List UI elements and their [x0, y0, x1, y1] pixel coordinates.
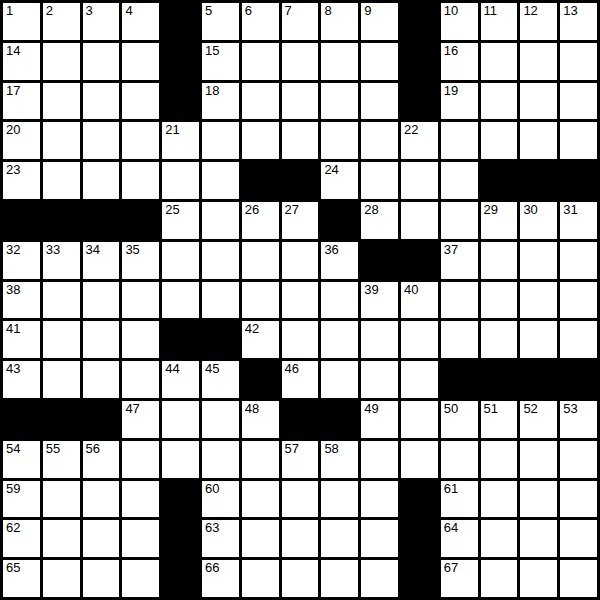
cell-r2c10[interactable] [361, 43, 398, 80]
cell-r9c4[interactable] [122, 321, 159, 358]
clue-number-57: 57 [285, 442, 299, 456]
cell-r15c6[interactable]: 66 [202, 560, 239, 597]
cell-r13c9[interactable] [321, 481, 358, 518]
clue-number-3: 3 [86, 4, 93, 18]
block-cell-r10c12 [441, 361, 478, 398]
cell-r4c1[interactable]: 20 [3, 122, 40, 159]
cell-r9c8[interactable] [282, 321, 319, 358]
clue-number-45: 45 [205, 362, 219, 376]
cell-r14c9[interactable] [321, 520, 358, 557]
cell-r8c9[interactable] [321, 282, 358, 319]
cell-r4c4[interactable] [122, 122, 159, 159]
clue-number-18: 18 [205, 84, 219, 98]
cell-r12c11[interactable] [401, 441, 438, 478]
cell-r4c5[interactable]: 21 [162, 122, 199, 159]
cell-r15c3[interactable] [83, 560, 120, 597]
clue-number-67: 67 [444, 561, 458, 575]
cell-r10c6[interactable]: 45 [202, 361, 239, 398]
cell-r3c14[interactable] [520, 83, 557, 120]
clue-number-8: 8 [324, 4, 331, 18]
cell-r13c13[interactable] [481, 481, 518, 518]
cell-r5c6[interactable] [202, 162, 239, 199]
cell-r15c2[interactable] [43, 560, 80, 597]
cell-r12c14[interactable] [520, 441, 557, 478]
block-cell-r6c9 [321, 202, 358, 239]
cell-r1c8[interactable]: 7 [282, 3, 319, 40]
block-cell-r1c11 [401, 3, 438, 40]
cell-r3c4[interactable] [122, 83, 159, 120]
cell-r5c1[interactable]: 23 [3, 162, 40, 199]
clue-number-24: 24 [324, 163, 338, 177]
cell-r13c3[interactable] [83, 481, 120, 518]
cell-r15c12[interactable]: 67 [441, 560, 478, 597]
cell-r2c14[interactable] [520, 43, 557, 80]
block-cell-r6c1 [3, 202, 40, 239]
clue-number-1: 1 [6, 4, 13, 18]
block-cell-r14c5 [162, 520, 199, 557]
clue-number-64: 64 [444, 521, 458, 535]
cell-r3c15[interactable] [560, 83, 597, 120]
cell-r2c1[interactable]: 14 [3, 43, 40, 80]
cell-r3c10[interactable] [361, 83, 398, 120]
cell-r11c12[interactable]: 50 [441, 401, 478, 438]
cell-r7c9[interactable]: 36 [321, 242, 358, 279]
clue-number-15: 15 [205, 44, 219, 58]
cell-r5c11[interactable] [401, 162, 438, 199]
clue-number-31: 31 [563, 203, 577, 217]
cell-r2c6[interactable]: 15 [202, 43, 239, 80]
cell-r7c8[interactable] [282, 242, 319, 279]
cell-r3c2[interactable] [43, 83, 80, 120]
cell-r7c13[interactable] [481, 242, 518, 279]
clue-number-29: 29 [484, 203, 498, 217]
cell-r7c1[interactable]: 32 [3, 242, 40, 279]
cell-r14c1[interactable]: 62 [3, 520, 40, 557]
cell-r8c13[interactable] [481, 282, 518, 319]
clue-number-27: 27 [285, 203, 299, 217]
cell-r6c14[interactable]: 30 [520, 202, 557, 239]
block-cell-r11c9 [321, 401, 358, 438]
cell-r1c14[interactable]: 12 [520, 3, 557, 40]
cell-r5c3[interactable] [83, 162, 120, 199]
cell-r1c10[interactable]: 9 [361, 3, 398, 40]
cell-r14c3[interactable] [83, 520, 120, 557]
cell-r3c13[interactable] [481, 83, 518, 120]
cell-r15c7[interactable] [242, 560, 279, 597]
cell-r6c11[interactable] [401, 202, 438, 239]
clue-number-10: 10 [444, 4, 458, 18]
clue-number-4: 4 [125, 4, 132, 18]
block-cell-r11c2 [43, 401, 80, 438]
block-cell-r11c3 [83, 401, 120, 438]
cell-r12c9[interactable]: 58 [321, 441, 358, 478]
clue-number-12: 12 [523, 4, 537, 18]
clue-number-58: 58 [324, 442, 338, 456]
cell-r2c7[interactable] [242, 43, 279, 80]
block-cell-r10c13 [481, 361, 518, 398]
cell-r2c9[interactable] [321, 43, 358, 80]
cell-r6c12[interactable] [441, 202, 478, 239]
clue-number-33: 33 [46, 243, 60, 257]
clue-number-11: 11 [484, 4, 498, 18]
cell-r7c5[interactable] [162, 242, 199, 279]
cell-r1c9[interactable]: 8 [321, 3, 358, 40]
cell-r10c9[interactable] [321, 361, 358, 398]
cell-r8c5[interactable] [162, 282, 199, 319]
cell-r5c9[interactable]: 24 [321, 162, 358, 199]
cell-r10c1[interactable]: 43 [3, 361, 40, 398]
block-cell-r10c14 [520, 361, 557, 398]
clue-number-41: 41 [6, 322, 20, 336]
cell-r4c15[interactable] [560, 122, 597, 159]
cell-r11c13[interactable]: 51 [481, 401, 518, 438]
cell-r14c14[interactable] [520, 520, 557, 557]
cell-r1c3[interactable]: 3 [83, 3, 120, 40]
cell-r6c7[interactable]: 26 [242, 202, 279, 239]
cell-r10c4[interactable] [122, 361, 159, 398]
block-cell-r9c6 [202, 321, 239, 358]
cell-r11c14[interactable]: 52 [520, 401, 557, 438]
cell-r14c6[interactable]: 63 [202, 520, 239, 557]
cell-r4c3[interactable] [83, 122, 120, 159]
cell-r9c1[interactable]: 41 [3, 321, 40, 358]
clue-number-52: 52 [523, 402, 537, 416]
cell-r4c8[interactable] [282, 122, 319, 159]
cell-r2c13[interactable] [481, 43, 518, 80]
clue-number-26: 26 [245, 203, 259, 217]
cell-r14c7[interactable] [242, 520, 279, 557]
clue-number-40: 40 [404, 283, 418, 297]
cell-r9c13[interactable] [481, 321, 518, 358]
cell-r15c1[interactable]: 65 [3, 560, 40, 597]
cell-r8c1[interactable]: 38 [3, 282, 40, 319]
cell-r3c3[interactable] [83, 83, 120, 120]
cell-r4c14[interactable] [520, 122, 557, 159]
block-cell-r5c15 [560, 162, 597, 199]
clue-number-46: 46 [285, 362, 299, 376]
cell-r7c12[interactable]: 37 [441, 242, 478, 279]
block-cell-r3c5 [162, 83, 199, 120]
cell-r7c6[interactable] [202, 242, 239, 279]
cell-r8c8[interactable] [282, 282, 319, 319]
clue-number-55: 55 [46, 442, 60, 456]
clue-number-13: 13 [563, 4, 577, 18]
block-cell-r5c13 [481, 162, 518, 199]
cell-r3c6[interactable]: 18 [202, 83, 239, 120]
cell-r8c6[interactable] [202, 282, 239, 319]
cell-r11c7[interactable]: 48 [242, 401, 279, 438]
clue-number-30: 30 [523, 203, 537, 217]
clue-number-32: 32 [6, 243, 20, 257]
cell-r14c4[interactable] [122, 520, 159, 557]
cell-r10c10[interactable] [361, 361, 398, 398]
cell-r11c15[interactable]: 53 [560, 401, 597, 438]
cell-r1c13[interactable]: 11 [481, 3, 518, 40]
cell-r7c7[interactable] [242, 242, 279, 279]
cell-r8c12[interactable] [441, 282, 478, 319]
cell-r6c6[interactable] [202, 202, 239, 239]
block-cell-r9c5 [162, 321, 199, 358]
block-cell-r5c7 [242, 162, 279, 199]
clue-number-37: 37 [444, 243, 458, 257]
cell-r15c10[interactable] [361, 560, 398, 597]
cell-r7c4[interactable]: 35 [122, 242, 159, 279]
cell-r9c3[interactable] [83, 321, 120, 358]
block-cell-r2c11 [401, 43, 438, 80]
clue-number-22: 22 [404, 123, 418, 137]
block-cell-r15c11 [401, 560, 438, 597]
cell-r2c2[interactable] [43, 43, 80, 80]
cell-r7c15[interactable] [560, 242, 597, 279]
cell-r10c8[interactable]: 46 [282, 361, 319, 398]
cell-r4c10[interactable] [361, 122, 398, 159]
cell-r1c6[interactable]: 5 [202, 3, 239, 40]
cell-r5c5[interactable] [162, 162, 199, 199]
clue-number-23: 23 [6, 163, 20, 177]
clue-number-16: 16 [444, 44, 458, 58]
clue-number-61: 61 [444, 482, 458, 496]
clue-number-39: 39 [364, 283, 378, 297]
cell-r10c2[interactable] [43, 361, 80, 398]
cell-r1c15[interactable]: 13 [560, 3, 597, 40]
cell-r8c2[interactable] [43, 282, 80, 319]
cell-r15c9[interactable] [321, 560, 358, 597]
block-cell-r7c11 [401, 242, 438, 279]
block-cell-r3c11 [401, 83, 438, 120]
clue-number-28: 28 [364, 203, 378, 217]
cell-r10c5[interactable]: 44 [162, 361, 199, 398]
clue-number-17: 17 [6, 84, 20, 98]
cell-r4c9[interactable] [321, 122, 358, 159]
clue-number-6: 6 [245, 4, 252, 18]
block-cell-r13c5 [162, 481, 199, 518]
cell-r9c14[interactable] [520, 321, 557, 358]
block-cell-r15c5 [162, 560, 199, 597]
cell-r7c3[interactable]: 34 [83, 242, 120, 279]
block-cell-r10c7 [242, 361, 279, 398]
cell-r11c11[interactable] [401, 401, 438, 438]
block-cell-r7c10 [361, 242, 398, 279]
clue-number-34: 34 [86, 243, 100, 257]
cell-r12c6[interactable] [202, 441, 239, 478]
cell-r15c13[interactable] [481, 560, 518, 597]
cell-r14c12[interactable]: 64 [441, 520, 478, 557]
cell-r3c1[interactable]: 17 [3, 83, 40, 120]
cell-r13c14[interactable] [520, 481, 557, 518]
cell-r13c8[interactable] [282, 481, 319, 518]
cell-r9c10[interactable] [361, 321, 398, 358]
cell-r12c2[interactable]: 55 [43, 441, 80, 478]
block-cell-r6c3 [83, 202, 120, 239]
cell-r7c2[interactable]: 33 [43, 242, 80, 279]
clue-number-66: 66 [205, 561, 219, 575]
clue-number-9: 9 [364, 4, 371, 18]
cell-r5c12[interactable] [441, 162, 478, 199]
cell-r5c10[interactable] [361, 162, 398, 199]
cell-r5c4[interactable] [122, 162, 159, 199]
clue-number-54: 54 [6, 442, 20, 456]
clue-number-60: 60 [205, 482, 219, 496]
cell-r4c6[interactable] [202, 122, 239, 159]
cell-r12c15[interactable] [560, 441, 597, 478]
block-cell-r13c11 [401, 481, 438, 518]
clue-number-65: 65 [6, 561, 20, 575]
cell-r6c15[interactable]: 31 [560, 202, 597, 239]
cell-r9c9[interactable] [321, 321, 358, 358]
cell-r12c7[interactable] [242, 441, 279, 478]
cell-r8c3[interactable] [83, 282, 120, 319]
cell-r14c13[interactable] [481, 520, 518, 557]
cell-r4c7[interactable] [242, 122, 279, 159]
cell-r13c10[interactable] [361, 481, 398, 518]
cell-r3c7[interactable] [242, 83, 279, 120]
cell-r9c11[interactable] [401, 321, 438, 358]
cell-r10c3[interactable] [83, 361, 120, 398]
cell-r11c5[interactable] [162, 401, 199, 438]
cell-r2c4[interactable] [122, 43, 159, 80]
cell-r4c13[interactable] [481, 122, 518, 159]
clue-number-2: 2 [46, 4, 53, 18]
cell-r8c15[interactable] [560, 282, 597, 319]
cell-r4c11[interactable]: 22 [401, 122, 438, 159]
cell-r6c10[interactable]: 28 [361, 202, 398, 239]
cell-r15c14[interactable] [520, 560, 557, 597]
clue-number-51: 51 [484, 402, 498, 416]
cell-r11c6[interactable] [202, 401, 239, 438]
block-cell-r2c5 [162, 43, 199, 80]
cell-r13c7[interactable] [242, 481, 279, 518]
block-cell-r11c1 [3, 401, 40, 438]
cell-r6c5[interactable]: 25 [162, 202, 199, 239]
cell-r7c14[interactable] [520, 242, 557, 279]
cell-r8c10[interactable]: 39 [361, 282, 398, 319]
cell-r8c11[interactable]: 40 [401, 282, 438, 319]
block-cell-r5c8 [282, 162, 319, 199]
clue-number-63: 63 [205, 521, 219, 535]
cell-r10c11[interactable] [401, 361, 438, 398]
cell-r12c13[interactable] [481, 441, 518, 478]
cell-r8c4[interactable] [122, 282, 159, 319]
cell-r4c2[interactable] [43, 122, 80, 159]
cell-r12c8[interactable]: 57 [282, 441, 319, 478]
cell-r1c12[interactable]: 10 [441, 3, 478, 40]
cell-r1c1[interactable]: 1 [3, 3, 40, 40]
cell-r11c10[interactable]: 49 [361, 401, 398, 438]
clue-number-7: 7 [285, 4, 292, 18]
cell-r9c15[interactable] [560, 321, 597, 358]
cell-r13c6[interactable]: 60 [202, 481, 239, 518]
cell-r3c12[interactable]: 19 [441, 83, 478, 120]
clue-number-49: 49 [364, 402, 378, 416]
block-cell-r6c2 [43, 202, 80, 239]
clue-number-14: 14 [6, 44, 20, 58]
clue-number-50: 50 [444, 402, 458, 416]
clue-number-48: 48 [245, 402, 259, 416]
clue-number-35: 35 [125, 243, 139, 257]
clue-number-19: 19 [444, 84, 458, 98]
cell-r13c12[interactable]: 61 [441, 481, 478, 518]
cell-r12c3[interactable]: 56 [83, 441, 120, 478]
cell-r1c7[interactable]: 6 [242, 3, 279, 40]
cell-r8c14[interactable] [520, 282, 557, 319]
cell-r9c2[interactable] [43, 321, 80, 358]
cell-r14c10[interactable] [361, 520, 398, 557]
clue-number-20: 20 [6, 123, 20, 137]
clue-number-62: 62 [6, 521, 20, 535]
cell-r13c4[interactable] [122, 481, 159, 518]
cell-r2c3[interactable] [83, 43, 120, 80]
cell-r13c1[interactable]: 59 [3, 481, 40, 518]
clue-number-42: 42 [245, 322, 259, 336]
clue-number-44: 44 [165, 362, 179, 376]
cell-r12c4[interactable] [122, 441, 159, 478]
block-cell-r10c15 [560, 361, 597, 398]
cell-r8c7[interactable] [242, 282, 279, 319]
cell-r12c5[interactable] [162, 441, 199, 478]
cell-r15c8[interactable] [282, 560, 319, 597]
cell-r2c15[interactable] [560, 43, 597, 80]
clue-number-47: 47 [125, 402, 139, 416]
block-cell-r5c14 [520, 162, 557, 199]
cell-r9c7[interactable]: 42 [242, 321, 279, 358]
clue-number-53: 53 [563, 402, 577, 416]
clue-number-59: 59 [6, 482, 20, 496]
cell-r2c12[interactable]: 16 [441, 43, 478, 80]
cell-r9c12[interactable] [441, 321, 478, 358]
clue-number-5: 5 [205, 4, 212, 18]
block-cell-r11c8 [282, 401, 319, 438]
cell-r15c4[interactable] [122, 560, 159, 597]
cell-r12c1[interactable]: 54 [3, 441, 40, 478]
crossword-grid: 1234567891011121314151617181920212223242… [0, 0, 600, 600]
cell-r14c8[interactable] [282, 520, 319, 557]
cell-r2c8[interactable] [282, 43, 319, 80]
clue-number-21: 21 [165, 123, 179, 137]
cell-r5c2[interactable] [43, 162, 80, 199]
cell-r11c4[interactable]: 47 [122, 401, 159, 438]
block-cell-r6c4 [122, 202, 159, 239]
cell-r1c2[interactable]: 2 [43, 3, 80, 40]
clue-number-43: 43 [6, 362, 20, 376]
block-cell-r14c11 [401, 520, 438, 557]
cell-r15c15[interactable] [560, 560, 597, 597]
cell-r13c2[interactable] [43, 481, 80, 518]
clue-number-25: 25 [165, 203, 179, 217]
cell-r6c8[interactable]: 27 [282, 202, 319, 239]
cell-r1c4[interactable]: 4 [122, 3, 159, 40]
block-cell-r1c5 [162, 3, 199, 40]
cell-r14c15[interactable] [560, 520, 597, 557]
cell-r4c12[interactable] [441, 122, 478, 159]
cell-r14c2[interactable] [43, 520, 80, 557]
clue-number-56: 56 [86, 442, 100, 456]
clue-number-38: 38 [6, 283, 20, 297]
cell-r12c12[interactable] [441, 441, 478, 478]
cell-r3c8[interactable] [282, 83, 319, 120]
cell-r12c10[interactable] [361, 441, 398, 478]
cell-r6c13[interactable]: 29 [481, 202, 518, 239]
clue-number-36: 36 [324, 243, 338, 257]
cell-r13c15[interactable] [560, 481, 597, 518]
cell-r3c9[interactable] [321, 83, 358, 120]
